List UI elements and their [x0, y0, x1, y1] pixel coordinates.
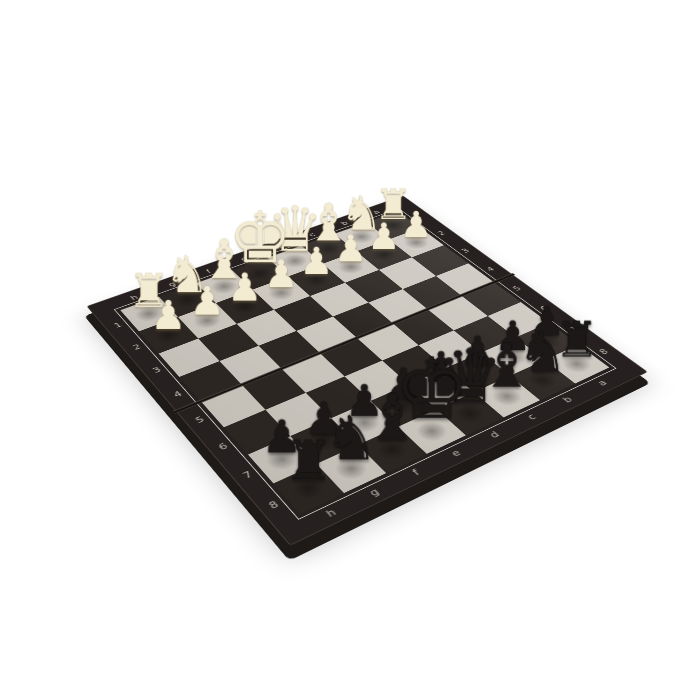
- chess-board: 1122334455667788aabbccddeeffgghh♜♞♟♝♟♛♟♚…: [86, 195, 648, 545]
- photo-scene: 1122334455667788aabbccddeeffgghh♜♞♟♝♟♛♟♚…: [0, 0, 700, 700]
- piece-black-rook-h8[interactable]: ♜: [256, 432, 361, 488]
